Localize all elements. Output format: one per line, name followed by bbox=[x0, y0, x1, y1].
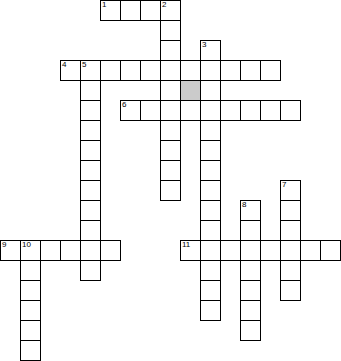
letter-cell[interactable] bbox=[160, 80, 181, 101]
letter-cell[interactable] bbox=[100, 60, 121, 81]
letter-cell[interactable] bbox=[80, 200, 101, 221]
letter-cell[interactable] bbox=[200, 300, 221, 321]
letter-cell[interactable]: 6 bbox=[120, 100, 141, 121]
clue-number: 11 bbox=[182, 241, 190, 249]
letter-cell[interactable] bbox=[80, 100, 101, 121]
letter-cell[interactable] bbox=[200, 200, 221, 221]
letter-cell[interactable] bbox=[220, 240, 241, 261]
letter-cell[interactable] bbox=[260, 100, 281, 121]
letter-cell[interactable] bbox=[160, 180, 181, 201]
letter-cell[interactable] bbox=[100, 240, 121, 261]
clue-number: 4 bbox=[62, 61, 66, 69]
letter-cell[interactable] bbox=[240, 60, 261, 81]
letter-cell[interactable]: 9 bbox=[0, 240, 21, 261]
letter-cell[interactable] bbox=[40, 240, 61, 261]
letter-cell[interactable] bbox=[240, 280, 261, 301]
letter-cell[interactable]: 2 bbox=[160, 0, 181, 21]
letter-cell[interactable] bbox=[140, 100, 161, 121]
letter-cell[interactable] bbox=[260, 60, 281, 81]
clue-number: 6 bbox=[122, 101, 126, 109]
letter-cell[interactable]: 1 bbox=[100, 0, 121, 21]
letter-cell[interactable] bbox=[240, 220, 261, 241]
letter-cell[interactable]: 11 bbox=[180, 240, 201, 261]
letter-cell[interactable] bbox=[220, 100, 241, 121]
letter-cell[interactable]: 7 bbox=[280, 180, 301, 201]
letter-cell[interactable] bbox=[280, 280, 301, 301]
letter-cell[interactable] bbox=[160, 120, 181, 141]
clue-number: 7 bbox=[282, 181, 286, 189]
letter-cell[interactable] bbox=[200, 280, 221, 301]
letter-cell[interactable] bbox=[240, 240, 261, 261]
letter-cell[interactable] bbox=[200, 120, 221, 141]
letter-cell[interactable] bbox=[20, 260, 41, 281]
letter-cell[interactable] bbox=[200, 260, 221, 281]
letter-cell[interactable] bbox=[160, 160, 181, 181]
letter-cell[interactable] bbox=[240, 300, 261, 321]
letter-cell[interactable] bbox=[80, 80, 101, 101]
letter-cell[interactable] bbox=[80, 140, 101, 161]
letter-cell[interactable]: 4 bbox=[60, 60, 81, 81]
clue-number: 8 bbox=[242, 201, 246, 209]
letter-cell[interactable] bbox=[140, 0, 161, 21]
letter-cell[interactable] bbox=[160, 40, 181, 61]
letter-cell[interactable] bbox=[80, 220, 101, 241]
letter-cell[interactable] bbox=[140, 60, 161, 81]
letter-cell[interactable] bbox=[60, 240, 81, 261]
letter-cell[interactable] bbox=[160, 60, 181, 81]
letter-cell[interactable] bbox=[80, 240, 101, 261]
letter-cell[interactable] bbox=[80, 160, 101, 181]
letter-cell[interactable]: 10 bbox=[20, 240, 41, 261]
letter-cell[interactable] bbox=[220, 60, 241, 81]
letter-cell[interactable] bbox=[320, 240, 341, 261]
letter-cell[interactable] bbox=[200, 160, 221, 181]
letter-cell[interactable] bbox=[20, 340, 41, 361]
letter-cell[interactable] bbox=[80, 120, 101, 141]
letter-cell[interactable] bbox=[260, 240, 281, 261]
crossword-grid: 1234567891011 bbox=[0, 0, 341, 361]
letter-cell[interactable] bbox=[80, 180, 101, 201]
letter-cell[interactable] bbox=[20, 280, 41, 301]
letter-cell[interactable] bbox=[240, 100, 261, 121]
clue-number: 1 bbox=[102, 1, 106, 9]
clue-number: 9 bbox=[2, 241, 6, 249]
letter-cell[interactable] bbox=[20, 320, 41, 341]
letter-cell[interactable] bbox=[200, 240, 221, 261]
letter-cell[interactable]: 3 bbox=[200, 40, 221, 61]
letter-cell[interactable] bbox=[200, 100, 221, 121]
letter-cell[interactable] bbox=[240, 320, 261, 341]
letter-cell[interactable] bbox=[240, 260, 261, 281]
letter-cell[interactable] bbox=[280, 240, 301, 261]
letter-cell[interactable] bbox=[300, 240, 321, 261]
letter-cell[interactable] bbox=[280, 220, 301, 241]
letter-cell[interactable] bbox=[200, 180, 221, 201]
clue-number: 3 bbox=[202, 41, 206, 49]
letter-cell[interactable] bbox=[200, 220, 221, 241]
clue-number: 10 bbox=[22, 241, 31, 249]
letter-cell[interactable] bbox=[200, 60, 221, 81]
letter-cell[interactable] bbox=[20, 300, 41, 321]
letter-cell[interactable]: 5 bbox=[80, 60, 101, 81]
blocked-cell bbox=[180, 80, 201, 101]
letter-cell[interactable] bbox=[160, 140, 181, 161]
clue-number: 5 bbox=[82, 61, 86, 69]
letter-cell[interactable] bbox=[180, 60, 201, 81]
clue-number: 2 bbox=[162, 1, 166, 9]
letter-cell[interactable] bbox=[200, 140, 221, 161]
letter-cell[interactable] bbox=[160, 100, 181, 121]
letter-cell[interactable] bbox=[80, 260, 101, 281]
letter-cell[interactable] bbox=[160, 20, 181, 41]
letter-cell[interactable] bbox=[200, 80, 221, 101]
letter-cell[interactable] bbox=[180, 100, 201, 121]
letter-cell[interactable] bbox=[120, 0, 141, 21]
letter-cell[interactable] bbox=[120, 60, 141, 81]
letter-cell[interactable] bbox=[280, 260, 301, 281]
letter-cell[interactable]: 8 bbox=[240, 200, 261, 221]
letter-cell[interactable] bbox=[280, 200, 301, 221]
letter-cell[interactable] bbox=[280, 100, 301, 121]
